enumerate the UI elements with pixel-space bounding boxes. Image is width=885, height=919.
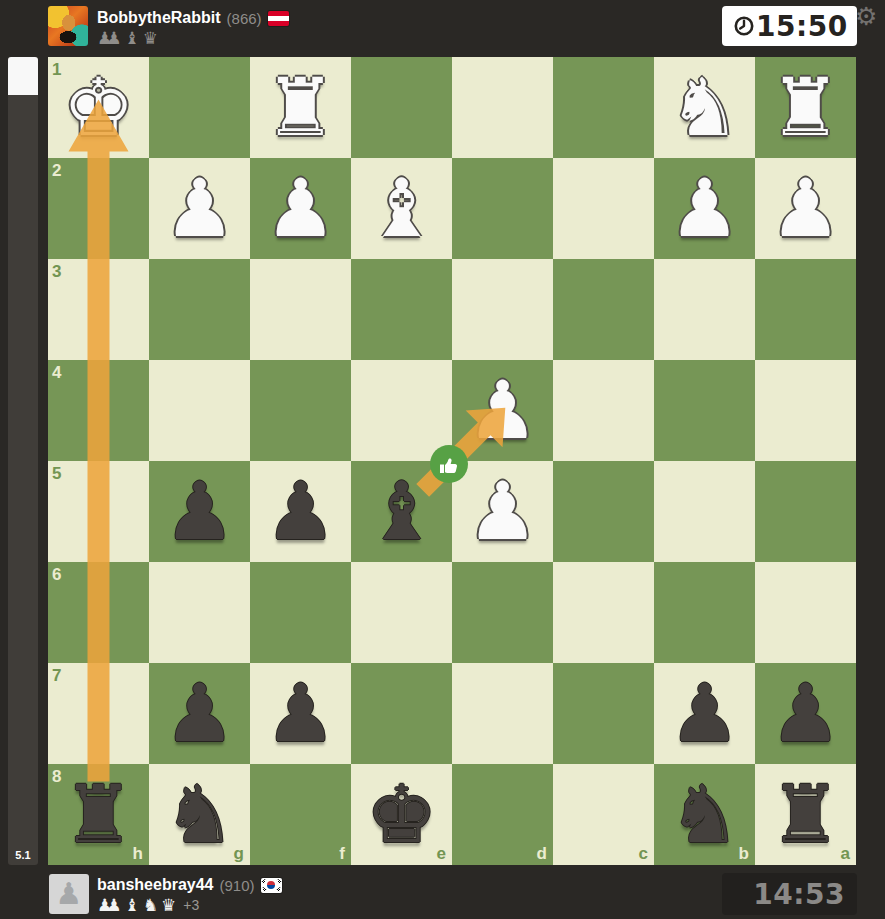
- square-h3[interactable]: 3: [48, 259, 149, 360]
- square-a4[interactable]: [755, 360, 856, 461]
- piece-white-king-h1[interactable]: ♚: [48, 57, 149, 158]
- top-player-name[interactable]: BobbytheRabbit: [97, 9, 221, 27]
- evaluation-bar: 5.1: [8, 57, 38, 865]
- captured-pawn-icon: ♟: [106, 29, 121, 47]
- square-c1[interactable]: [553, 57, 654, 158]
- square-g6[interactable]: [149, 562, 250, 663]
- piece-white-pawn-g2[interactable]: ♟: [149, 158, 250, 259]
- square-b1[interactable]: ♞: [654, 57, 755, 158]
- top-player-avatar[interactable]: [48, 6, 88, 46]
- bottom-player-rating: (910): [220, 877, 255, 894]
- square-h6[interactable]: 6: [48, 562, 149, 663]
- square-e7[interactable]: [351, 663, 452, 764]
- square-e1[interactable]: [351, 57, 452, 158]
- gear-icon[interactable]: ⚙: [855, 2, 877, 31]
- square-g1[interactable]: [149, 57, 250, 158]
- rank-label-4: 4: [52, 364, 61, 381]
- square-f8[interactable]: f: [250, 764, 351, 865]
- square-h5[interactable]: 5: [48, 461, 149, 562]
- square-f6[interactable]: [250, 562, 351, 663]
- captured-queen-icon: ♛: [143, 29, 158, 47]
- piece-black-knight-b8[interactable]: ♞: [654, 764, 755, 865]
- piece-white-bishop-e2[interactable]: ♝: [351, 158, 452, 259]
- clock-icon: [732, 14, 756, 38]
- piece-white-knight-b1[interactable]: ♞: [654, 57, 755, 158]
- bottom-player-bar: ♟ bansheebray44 (910) ♟♟♝♞♛+3 14:53: [0, 865, 885, 919]
- captured-queen-icon: ♛: [161, 896, 176, 914]
- square-f7[interactable]: ♟: [250, 663, 351, 764]
- file-label-d: d: [537, 845, 547, 862]
- bottom-player-name[interactable]: bansheebray44: [97, 876, 214, 894]
- piece-white-rook-a1[interactable]: ♜: [755, 57, 856, 158]
- top-player-rating: (866): [227, 10, 262, 27]
- piece-black-pawn-b7[interactable]: ♟: [654, 663, 755, 764]
- bottom-player-clock: 14:53: [722, 873, 857, 915]
- piece-white-pawn-d4[interactable]: ♟: [452, 360, 553, 461]
- piece-black-pawn-g5[interactable]: ♟: [149, 461, 250, 562]
- square-c7[interactable]: [553, 663, 654, 764]
- austria-flag-icon: [268, 11, 289, 26]
- square-c3[interactable]: [553, 259, 654, 360]
- square-g5[interactable]: ♟: [149, 461, 250, 562]
- square-c2[interactable]: [553, 158, 654, 259]
- square-f4[interactable]: [250, 360, 351, 461]
- captured-pawn-icon: ♟: [106, 896, 121, 914]
- rank-label-7: 7: [52, 667, 61, 684]
- square-a8[interactable]: a♜: [755, 764, 856, 865]
- square-g8[interactable]: g♞: [149, 764, 250, 865]
- square-h1[interactable]: 1♚: [48, 57, 149, 158]
- piece-black-rook-a8[interactable]: ♜: [755, 764, 856, 865]
- square-f2[interactable]: ♟: [250, 158, 351, 259]
- square-b5[interactable]: [654, 461, 755, 562]
- captured-bishop-icon: ♝: [125, 896, 140, 914]
- square-d2[interactable]: [452, 158, 553, 259]
- square-g7[interactable]: ♟: [149, 663, 250, 764]
- square-d8[interactable]: d: [452, 764, 553, 865]
- bottom-captured-pieces: ♟♟♝♞♛+3: [97, 896, 199, 914]
- square-h4[interactable]: 4: [48, 360, 149, 461]
- file-label-c: c: [639, 845, 648, 862]
- material-advantage: +3: [183, 897, 199, 913]
- square-e3[interactable]: [351, 259, 452, 360]
- bottom-player-name-row: bansheebray44 (910): [97, 876, 282, 894]
- rank-label-6: 6: [52, 566, 61, 583]
- square-h8[interactable]: 8h♜: [48, 764, 149, 865]
- square-h2[interactable]: 2: [48, 158, 149, 259]
- piece-white-pawn-b2[interactable]: ♟: [654, 158, 755, 259]
- piece-black-pawn-g7[interactable]: ♟: [149, 663, 250, 764]
- square-b6[interactable]: [654, 562, 755, 663]
- square-a6[interactable]: [755, 562, 856, 663]
- piece-black-bishop-e5[interactable]: ♝: [351, 461, 452, 562]
- square-e5[interactable]: ♝: [351, 461, 452, 562]
- square-a5[interactable]: [755, 461, 856, 562]
- file-label-f: f: [339, 845, 345, 862]
- square-g4[interactable]: [149, 360, 250, 461]
- square-a1[interactable]: ♜: [755, 57, 856, 158]
- top-captured-pieces: ♟♟♝♛: [97, 29, 161, 47]
- square-f1[interactable]: ♜: [250, 57, 351, 158]
- bottom-player-avatar[interactable]: ♟: [49, 874, 89, 914]
- piece-black-king-e8[interactable]: ♚: [351, 764, 452, 865]
- piece-white-pawn-f2[interactable]: ♟: [250, 158, 351, 259]
- chess-game-app: BobbytheRabbit (866) ♟♟♝♛ 15:50 ⚙ 5.1 1♚…: [0, 0, 885, 919]
- square-c4[interactable]: [553, 360, 654, 461]
- piece-black-pawn-a7[interactable]: ♟: [755, 663, 856, 764]
- piece-white-pawn-d5[interactable]: ♟: [452, 461, 553, 562]
- square-a3[interactable]: [755, 259, 856, 360]
- square-d3[interactable]: [452, 259, 553, 360]
- square-g2[interactable]: ♟: [149, 158, 250, 259]
- evaluation-bar-white-section: [8, 57, 38, 95]
- square-b8[interactable]: b♞: [654, 764, 755, 865]
- piece-black-pawn-f7[interactable]: ♟: [250, 663, 351, 764]
- top-player-bar: BobbytheRabbit (866) ♟♟♝♛ 15:50 ⚙: [0, 0, 885, 52]
- square-f5[interactable]: ♟: [250, 461, 351, 562]
- pawn-avatar-icon: ♟: [56, 874, 83, 914]
- square-b7[interactable]: ♟: [654, 663, 755, 764]
- square-d5[interactable]: ♟: [452, 461, 553, 562]
- evaluation-score: 5.1: [8, 849, 38, 861]
- square-e4[interactable]: [351, 360, 452, 461]
- south-korea-flag-icon: [261, 878, 282, 893]
- square-e8[interactable]: e♚: [351, 764, 452, 865]
- square-b3[interactable]: [654, 259, 755, 360]
- square-h7[interactable]: 7: [48, 663, 149, 764]
- piece-white-rook-f1[interactable]: ♜: [250, 57, 351, 158]
- square-d4[interactable]: ♟: [452, 360, 553, 461]
- square-a2[interactable]: ♟: [755, 158, 856, 259]
- captured-knight-icon: ♞: [143, 896, 158, 914]
- captured-bishop-icon: ♝: [125, 29, 140, 47]
- square-d7[interactable]: [452, 663, 553, 764]
- square-c6[interactable]: [553, 562, 654, 663]
- rank-label-5: 5: [52, 465, 61, 482]
- square-a7[interactable]: ♟: [755, 663, 856, 764]
- top-player-name-row: BobbytheRabbit (866): [97, 9, 289, 27]
- square-c8[interactable]: c: [553, 764, 654, 865]
- piece-black-knight-g8[interactable]: ♞: [149, 764, 250, 865]
- piece-white-pawn-a2[interactable]: ♟: [755, 158, 856, 259]
- rank-label-3: 3: [52, 263, 61, 280]
- square-e6[interactable]: [351, 562, 452, 663]
- square-d1[interactable]: [452, 57, 553, 158]
- square-g3[interactable]: [149, 259, 250, 360]
- square-b2[interactable]: ♟: [654, 158, 755, 259]
- square-f3[interactable]: [250, 259, 351, 360]
- top-clock-time: 15:50: [756, 10, 860, 43]
- square-b4[interactable]: [654, 360, 755, 461]
- chess-board: 1♚♜♞♜2♟♟♝♟♟34♟5♟♟♝♟67♟♟♟♟8h♜g♞fe♚dcb♞a♜: [48, 57, 856, 865]
- top-player-clock: 15:50: [722, 6, 857, 46]
- bottom-clock-time: 14:53: [722, 878, 857, 911]
- square-c5[interactable]: [553, 461, 654, 562]
- piece-black-rook-h8[interactable]: ♜: [48, 764, 149, 865]
- square-d6[interactable]: [452, 562, 553, 663]
- piece-black-pawn-f5[interactable]: ♟: [250, 461, 351, 562]
- square-e2[interactable]: ♝: [351, 158, 452, 259]
- rank-label-2: 2: [52, 162, 61, 179]
